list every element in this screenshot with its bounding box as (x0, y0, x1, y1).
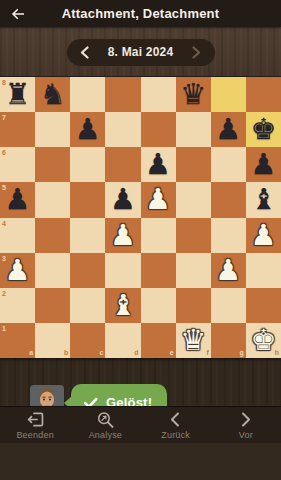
square-e2[interactable] (141, 288, 176, 323)
square-e3[interactable] (141, 253, 176, 288)
file-label-a: a (29, 349, 33, 356)
app-screen: Attachment, Detachment 8. Mai 2024 8♜♞♛7… (0, 0, 281, 480)
square-h4[interactable]: ♟ (246, 218, 281, 253)
black-queen-f8: ♛ (176, 77, 211, 112)
chess-board: 8♜♞♛7♟♟♚6♟♟5♟♟♟♝4♟♟3♟♟2♝1abcdef♛gh♚ (0, 77, 281, 358)
black-knight-b8: ♞ (35, 77, 70, 112)
toolbar-item-beenden[interactable]: Beenden (0, 407, 70, 443)
rank-label-2: 2 (2, 290, 6, 297)
back-arrow-icon (9, 5, 27, 23)
white-pawn-a3: ♟ (0, 253, 35, 288)
rank-label-5: 5 (2, 184, 6, 191)
square-b2[interactable] (35, 288, 70, 323)
page-title: Attachment, Detachment (62, 6, 220, 21)
square-h6[interactable]: ♟ (246, 147, 281, 182)
black-pawn-c7: ♟ (70, 112, 105, 147)
square-d6[interactable] (105, 147, 140, 182)
square-f7[interactable] (176, 112, 211, 147)
square-d2[interactable]: ♝ (105, 288, 140, 323)
square-f4[interactable] (176, 218, 211, 253)
file-label-b: b (64, 349, 68, 356)
black-king-h7: ♚ (246, 112, 281, 147)
file-label-c: c (99, 349, 103, 356)
chevron-right-icon (192, 46, 201, 59)
square-a6[interactable]: 6 (0, 147, 35, 182)
black-pawn-e6: ♟ (141, 147, 176, 182)
square-f3[interactable] (176, 253, 211, 288)
file-label-g: g (240, 349, 244, 356)
toolbar-item-analyse[interactable]: Analyse (70, 407, 140, 443)
square-h7[interactable]: ♚ (246, 112, 281, 147)
square-c7[interactable]: ♟ (70, 112, 105, 147)
toolbar-label: Analyse (89, 430, 122, 440)
square-d5[interactable]: ♟ (105, 182, 140, 217)
rank-label-3: 3 (2, 255, 6, 262)
black-rook-a8: ♜ (0, 77, 35, 112)
square-g5[interactable] (211, 182, 246, 217)
toolbar-label: Beenden (16, 430, 53, 440)
square-a2[interactable]: 2 (0, 288, 35, 323)
date-strip: 8. Mai 2024 (0, 27, 281, 77)
chevron-left-icon (80, 46, 89, 59)
top-nav-bar: Attachment, Detachment (0, 0, 281, 27)
file-label-e: e (170, 349, 174, 356)
white-pawn-d4: ♟ (105, 218, 140, 253)
white-bishop-d2: ♝ (105, 288, 140, 323)
square-h1[interactable]: h♚ (246, 323, 281, 358)
square-e6[interactable]: ♟ (141, 147, 176, 182)
bottom-toolbar: Beenden Analyse Zurück (0, 406, 281, 443)
square-b5[interactable] (35, 182, 70, 217)
square-b6[interactable] (35, 147, 70, 182)
square-c6[interactable] (70, 147, 105, 182)
exit-icon (26, 411, 45, 428)
square-d1[interactable]: d (105, 323, 140, 358)
square-a4[interactable]: 4 (0, 218, 35, 253)
white-pawn-h4: ♟ (246, 218, 281, 253)
square-a8[interactable]: 8♜ (0, 77, 35, 112)
square-e5[interactable]: ♟ (141, 182, 176, 217)
square-g1[interactable]: g (211, 323, 246, 358)
square-e7[interactable] (141, 112, 176, 147)
white-pawn-e5: ♟ (141, 182, 176, 217)
white-queen-f1: ♛ (176, 323, 211, 358)
trainer-panel: TRAINER Gelöst! Beenden (0, 358, 281, 443)
black-pawn-h6: ♟ (246, 147, 281, 182)
analysis-magnifier-icon (96, 411, 115, 428)
next-date-button[interactable] (192, 46, 201, 59)
square-d7[interactable] (105, 112, 140, 147)
rank-label-6: 6 (2, 149, 6, 156)
white-pawn-g3: ♟ (211, 253, 246, 288)
square-f5[interactable] (176, 182, 211, 217)
current-date-label: 8. Mai 2024 (108, 45, 174, 59)
square-b3[interactable] (35, 253, 70, 288)
black-pawn-a5: ♟ (0, 182, 35, 217)
square-e1[interactable]: e (141, 323, 176, 358)
square-f1[interactable]: f♛ (176, 323, 211, 358)
square-h3[interactable] (246, 253, 281, 288)
square-a1[interactable]: 1a (0, 323, 35, 358)
square-g8[interactable] (211, 77, 246, 112)
rank-label-8: 8 (2, 79, 6, 86)
square-c3[interactable] (70, 253, 105, 288)
square-g3[interactable]: ♟ (211, 253, 246, 288)
rank-label-4: 4 (2, 220, 6, 227)
square-h5[interactable]: ♝ (246, 182, 281, 217)
square-g6[interactable] (211, 147, 246, 182)
square-f8[interactable]: ♛ (176, 77, 211, 112)
file-label-f: f (206, 349, 208, 356)
rank-label-1: 1 (2, 325, 6, 332)
rank-label-7: 7 (2, 114, 6, 121)
toolbar-item-zurueck[interactable]: Zurück (141, 407, 211, 443)
square-d3[interactable] (105, 253, 140, 288)
square-b1[interactable]: b (35, 323, 70, 358)
square-c5[interactable] (70, 182, 105, 217)
square-e8[interactable] (141, 77, 176, 112)
square-f2[interactable] (176, 288, 211, 323)
previous-date-button[interactable] (80, 46, 89, 59)
black-bishop-h5: ♝ (246, 182, 281, 217)
square-f6[interactable] (176, 147, 211, 182)
square-b8[interactable]: ♞ (35, 77, 70, 112)
date-selector[interactable]: 8. Mai 2024 (67, 39, 215, 66)
square-g4[interactable] (211, 218, 246, 253)
square-h2[interactable] (246, 288, 281, 323)
chevron-left-icon (167, 411, 184, 428)
square-g7[interactable]: ♟ (211, 112, 246, 147)
square-g2[interactable] (211, 288, 246, 323)
square-e4[interactable] (141, 218, 176, 253)
square-a7[interactable]: 7 (0, 112, 35, 147)
square-b4[interactable] (35, 218, 70, 253)
square-d4[interactable]: ♟ (105, 218, 140, 253)
toolbar-label: Zurück (161, 430, 190, 440)
back-button[interactable] (9, 0, 27, 27)
square-b7[interactable] (35, 112, 70, 147)
square-c4[interactable] (70, 218, 105, 253)
square-a3[interactable]: 3♟ (0, 253, 35, 288)
square-c8[interactable] (70, 77, 105, 112)
square-d8[interactable] (105, 77, 140, 112)
black-pawn-g7: ♟ (211, 112, 246, 147)
file-label-h: h (275, 349, 279, 356)
square-a5[interactable]: 5♟ (0, 182, 35, 217)
toolbar-label: Vor (239, 430, 253, 440)
black-pawn-d5: ♟ (105, 182, 140, 217)
square-h8[interactable] (246, 77, 281, 112)
square-c1[interactable]: c (70, 323, 105, 358)
chevron-right-icon (237, 411, 254, 428)
white-king-h1: ♚ (246, 323, 281, 358)
toolbar-item-vor[interactable]: Vor (211, 407, 281, 443)
square-c2[interactable] (70, 288, 105, 323)
file-label-d: d (134, 349, 138, 356)
